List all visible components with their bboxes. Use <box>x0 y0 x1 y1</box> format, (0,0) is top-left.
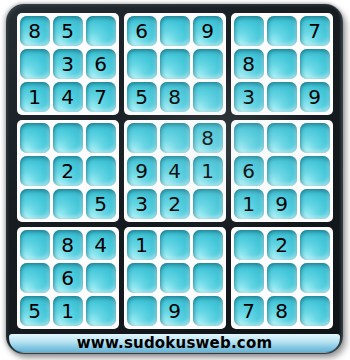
cell-r5c5[interactable]: 4 <box>160 156 190 186</box>
sudoku-box-3: 7839 <box>231 13 333 115</box>
cell-r4c5[interactable] <box>160 123 190 153</box>
cell-r4c1[interactable] <box>20 123 50 153</box>
cell-r6c8[interactable]: 9 <box>267 189 297 219</box>
cell-r2c3[interactable]: 6 <box>86 49 116 79</box>
cell-r2c4[interactable] <box>127 49 157 79</box>
cell-r7c1[interactable] <box>20 230 50 260</box>
page: 853614769587839258941326198465119278 www… <box>0 0 350 360</box>
cell-r6c2[interactable] <box>53 189 83 219</box>
cell-r1c4[interactable]: 6 <box>127 16 157 46</box>
cell-r1c5[interactable] <box>160 16 190 46</box>
cell-r9c5[interactable]: 9 <box>160 296 190 326</box>
cell-r5c3[interactable] <box>86 156 116 186</box>
cell-r3c2[interactable]: 4 <box>53 82 83 112</box>
cell-r3c8[interactable] <box>267 82 297 112</box>
cell-r9c8[interactable]: 8 <box>267 296 297 326</box>
cell-r5c2[interactable]: 2 <box>53 156 83 186</box>
cell-r3c4[interactable]: 5 <box>127 82 157 112</box>
cell-r7c8[interactable]: 2 <box>267 230 297 260</box>
cell-r8c6[interactable] <box>193 263 223 293</box>
sudoku-box-8: 19 <box>124 227 226 329</box>
website-url: www.sudokusweb.com <box>77 334 272 352</box>
cell-r7c3[interactable]: 4 <box>86 230 116 260</box>
cell-r6c5[interactable]: 2 <box>160 189 190 219</box>
cell-r8c9[interactable] <box>300 263 330 293</box>
cell-r2c2[interactable]: 3 <box>53 49 83 79</box>
sudoku-box-5: 894132 <box>124 120 226 222</box>
cell-r1c2[interactable]: 5 <box>53 16 83 46</box>
footer-bar: www.sudokusweb.com <box>9 334 340 353</box>
cell-r4c9[interactable] <box>300 123 330 153</box>
cell-r7c2[interactable]: 8 <box>53 230 83 260</box>
cell-r4c7[interactable] <box>234 123 264 153</box>
cell-r7c9[interactable] <box>300 230 330 260</box>
cell-r6c9[interactable] <box>300 189 330 219</box>
cell-r2c1[interactable] <box>20 49 50 79</box>
sudoku-box-6: 619 <box>231 120 333 222</box>
cell-r6c4[interactable]: 3 <box>127 189 157 219</box>
cell-r2c7[interactable]: 8 <box>234 49 264 79</box>
cell-r8c7[interactable] <box>234 263 264 293</box>
cell-r9c3[interactable] <box>86 296 116 326</box>
sudoku-box-9: 278 <box>231 227 333 329</box>
cell-r2c5[interactable] <box>160 49 190 79</box>
cell-r8c5[interactable] <box>160 263 190 293</box>
sudoku-box-7: 84651 <box>17 227 119 329</box>
cell-r5c9[interactable] <box>300 156 330 186</box>
cell-r3c5[interactable]: 8 <box>160 82 190 112</box>
cell-r4c6[interactable]: 8 <box>193 123 223 153</box>
cell-r9c1[interactable]: 5 <box>20 296 50 326</box>
cell-r8c1[interactable] <box>20 263 50 293</box>
cell-r5c1[interactable] <box>20 156 50 186</box>
cell-r7c4[interactable]: 1 <box>127 230 157 260</box>
cell-r2c9[interactable] <box>300 49 330 79</box>
cell-r2c8[interactable] <box>267 49 297 79</box>
cell-r2c6[interactable] <box>193 49 223 79</box>
cell-r9c4[interactable] <box>127 296 157 326</box>
cell-r8c2[interactable]: 6 <box>53 263 83 293</box>
cell-r4c4[interactable] <box>127 123 157 153</box>
sudoku-board: 853614769587839258941326198465119278 <box>6 4 343 332</box>
cell-r7c5[interactable] <box>160 230 190 260</box>
cell-r3c9[interactable]: 9 <box>300 82 330 112</box>
cell-r6c6[interactable] <box>193 189 223 219</box>
cell-r5c7[interactable]: 6 <box>234 156 264 186</box>
cell-r8c8[interactable] <box>267 263 297 293</box>
cell-r9c2[interactable]: 1 <box>53 296 83 326</box>
cell-r9c6[interactable] <box>193 296 223 326</box>
cell-r1c8[interactable] <box>267 16 297 46</box>
cell-r1c9[interactable]: 7 <box>300 16 330 46</box>
cell-r1c1[interactable]: 8 <box>20 16 50 46</box>
cell-r3c1[interactable]: 1 <box>20 82 50 112</box>
sudoku-box-1: 8536147 <box>17 13 119 115</box>
cell-r1c3[interactable] <box>86 16 116 46</box>
cell-r8c4[interactable] <box>127 263 157 293</box>
cell-r4c2[interactable] <box>53 123 83 153</box>
cell-r3c7[interactable]: 3 <box>234 82 264 112</box>
cell-r3c3[interactable]: 7 <box>86 82 116 112</box>
sudoku-box-2: 6958 <box>124 13 226 115</box>
cell-r7c6[interactable] <box>193 230 223 260</box>
cell-r5c8[interactable] <box>267 156 297 186</box>
cell-r1c6[interactable]: 9 <box>193 16 223 46</box>
cell-r5c6[interactable]: 1 <box>193 156 223 186</box>
cell-r4c3[interactable] <box>86 123 116 153</box>
cell-r3c6[interactable] <box>193 82 223 112</box>
sudoku-box-4: 25 <box>17 120 119 222</box>
cell-r7c7[interactable] <box>234 230 264 260</box>
cell-r6c1[interactable] <box>20 189 50 219</box>
cell-r1c7[interactable] <box>234 16 264 46</box>
cell-r9c9[interactable] <box>300 296 330 326</box>
cell-r8c3[interactable] <box>86 263 116 293</box>
cell-r4c8[interactable] <box>267 123 297 153</box>
cell-r6c7[interactable]: 1 <box>234 189 264 219</box>
cell-r6c3[interactable]: 5 <box>86 189 116 219</box>
cell-r9c7[interactable]: 7 <box>234 296 264 326</box>
sudoku-widget: 853614769587839258941326198465119278 www… <box>6 4 343 354</box>
cell-r5c4[interactable]: 9 <box>127 156 157 186</box>
